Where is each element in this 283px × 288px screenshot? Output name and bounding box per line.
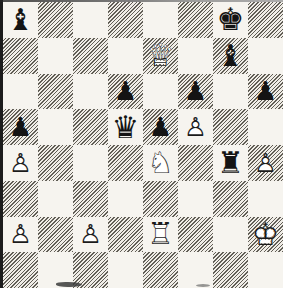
square-f8[interactable] [178,2,213,38]
square-b7[interactable] [38,38,73,74]
square-b8[interactable] [38,2,73,38]
piece-black-bishop: ♝ [3,2,38,38]
square-f3[interactable] [178,181,213,217]
chess-board: ♝♚♛♕♝♟♟♟♟♛♟♟♙♟♙♞♘♜♟♙♟♙♟♙♜♖♚♔ [3,2,283,288]
black-pawn-icon: ♟ [3,109,38,145]
square-a8[interactable]: ♝ [3,2,38,38]
scan-artifact-smudge [56,282,82,287]
black-rook-icon: ♜ [213,145,248,181]
piece-black-bishop: ♝ [213,38,248,74]
square-g4[interactable]: ♜ [213,145,248,181]
square-e3[interactable] [143,181,178,217]
square-e5[interactable]: ♟ [143,109,178,145]
square-g2[interactable] [213,217,248,253]
square-f2[interactable] [178,217,213,253]
square-c3[interactable] [73,181,108,217]
white-knight-icon: ♘ [143,145,178,181]
square-h3[interactable] [248,181,283,217]
square-h4[interactable]: ♟♙ [248,145,283,181]
square-g6[interactable] [213,74,248,110]
square-d5[interactable]: ♛ [108,109,143,145]
square-h8[interactable] [248,2,283,38]
piece-white-pawn: ♟♙ [178,109,213,145]
white-pawn-icon: ♙ [73,217,108,253]
black-pawn-icon: ♟ [248,74,283,110]
square-g8[interactable]: ♚ [213,2,248,38]
square-d7[interactable] [108,38,143,74]
square-f1[interactable] [178,252,213,288]
square-c7[interactable] [73,38,108,74]
white-rook-icon: ♖ [143,217,178,253]
piece-black-pawn: ♟ [248,74,283,110]
piece-white-knight: ♞♘ [143,145,178,181]
square-c2[interactable]: ♟♙ [73,217,108,253]
white-pawn-icon: ♙ [3,217,38,253]
piece-black-pawn: ♟ [3,109,38,145]
square-g7[interactable]: ♝ [213,38,248,74]
square-a4[interactable]: ♟♙ [3,145,38,181]
black-king-icon: ♚ [213,2,248,38]
piece-black-queen: ♛ [108,109,143,145]
piece-black-rook: ♜ [213,145,248,181]
square-h6[interactable]: ♟ [248,74,283,110]
piece-black-pawn: ♟ [178,74,213,110]
piece-black-pawn: ♟ [108,74,143,110]
square-a7[interactable] [3,38,38,74]
piece-white-pawn: ♟♙ [3,217,38,253]
piece-white-rook: ♜♖ [143,217,178,253]
square-g3[interactable] [213,181,248,217]
square-f4[interactable] [178,145,213,181]
scan-artifact-top-edge [0,0,283,2]
piece-white-pawn: ♟♙ [3,145,38,181]
square-f7[interactable] [178,38,213,74]
square-b6[interactable] [38,74,73,110]
black-pawn-icon: ♟ [178,74,213,110]
square-g1[interactable] [213,252,248,288]
piece-white-pawn: ♟♙ [248,145,283,181]
square-e2[interactable]: ♜♖ [143,217,178,253]
square-g5[interactable] [213,109,248,145]
square-d4[interactable] [108,145,143,181]
piece-white-queen: ♛♕ [143,38,178,74]
black-pawn-icon: ♟ [108,74,143,110]
square-h5[interactable] [248,109,283,145]
piece-white-king: ♚♔ [248,217,283,253]
piece-white-pawn: ♟♙ [73,217,108,253]
piece-black-pawn: ♟ [143,109,178,145]
square-d2[interactable] [108,217,143,253]
black-queen-icon: ♛ [108,109,143,145]
piece-black-king: ♚ [213,2,248,38]
square-h1[interactable] [248,252,283,288]
square-a2[interactable]: ♟♙ [3,217,38,253]
square-e4[interactable]: ♞♘ [143,145,178,181]
square-d6[interactable]: ♟ [108,74,143,110]
square-d3[interactable] [108,181,143,217]
square-c5[interactable] [73,109,108,145]
square-a3[interactable] [3,181,38,217]
white-king-icon: ♔ [248,217,283,253]
square-h7[interactable] [248,38,283,74]
square-c6[interactable] [73,74,108,110]
scanned-chess-diagram: ♝♚♛♕♝♟♟♟♟♛♟♟♙♟♙♞♘♜♟♙♟♙♟♙♜♖♚♔ [0,0,283,288]
square-b3[interactable] [38,181,73,217]
square-e6[interactable] [143,74,178,110]
black-pawn-icon: ♟ [143,109,178,145]
black-bishop-icon: ♝ [213,38,248,74]
square-b4[interactable] [38,145,73,181]
square-a5[interactable]: ♟ [3,109,38,145]
white-pawn-icon: ♙ [178,109,213,145]
square-e8[interactable] [143,2,178,38]
square-d8[interactable] [108,2,143,38]
white-pawn-icon: ♙ [248,145,283,181]
white-queen-icon: ♕ [143,38,178,74]
scan-artifact-left-edge [0,0,3,288]
square-d1[interactable] [108,252,143,288]
white-pawn-icon: ♙ [3,145,38,181]
square-f6[interactable]: ♟ [178,74,213,110]
square-c4[interactable] [73,145,108,181]
square-b2[interactable] [38,217,73,253]
scan-artifact-smudge [196,284,210,287]
square-c8[interactable] [73,2,108,38]
square-b5[interactable] [38,109,73,145]
square-e7[interactable]: ♛♕ [143,38,178,74]
square-e1[interactable] [143,252,178,288]
square-f5[interactable]: ♟♙ [178,109,213,145]
square-a6[interactable] [3,74,38,110]
square-h2[interactable]: ♚♔ [248,217,283,253]
black-bishop-icon: ♝ [3,2,38,38]
square-a1[interactable] [3,252,38,288]
